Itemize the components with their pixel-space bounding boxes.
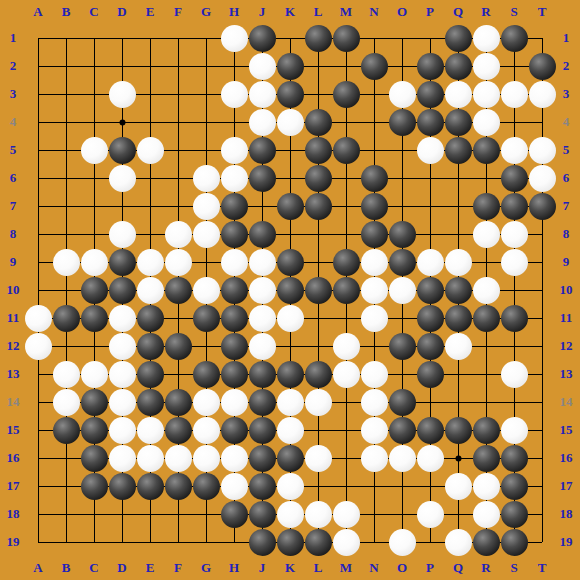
stone-black[interactable] [81,305,108,332]
stone-black[interactable] [473,417,500,444]
stone-white[interactable] [25,333,52,360]
stone-black[interactable] [249,165,276,192]
stone-black[interactable] [81,473,108,500]
coordinate-label: K [278,5,302,19]
stone-white[interactable] [193,389,220,416]
coordinate-label: 12 [1,339,25,353]
stone-black[interactable] [165,333,192,360]
stone-black[interactable] [193,305,220,332]
stone-black[interactable] [473,445,500,472]
stone-black[interactable] [333,25,360,52]
stone-black[interactable] [473,193,500,220]
stone-black[interactable] [305,361,332,388]
coordinate-label: Q [446,5,470,19]
stone-black[interactable] [473,137,500,164]
stone-white[interactable] [249,53,276,80]
stone-black[interactable] [445,277,472,304]
stone-white[interactable] [277,389,304,416]
stone-black[interactable] [305,277,332,304]
coordinate-label: R [474,5,498,19]
stone-black[interactable] [529,53,556,80]
coordinate-label: T [530,561,554,575]
coordinate-label: M [334,5,358,19]
stone-white[interactable] [193,445,220,472]
stone-black[interactable] [53,417,80,444]
stone-white[interactable] [473,277,500,304]
stone-black[interactable] [221,305,248,332]
coordinate-label: 5 [1,143,25,157]
stone-white[interactable] [221,25,248,52]
stone-black[interactable] [165,277,192,304]
coordinate-label: J [250,5,274,19]
stone-black[interactable] [417,53,444,80]
stone-black[interactable] [277,81,304,108]
stone-white[interactable] [81,361,108,388]
stone-black[interactable] [417,361,444,388]
coordinate-label: 2 [554,59,578,73]
stone-black[interactable] [445,25,472,52]
stone-white[interactable] [361,445,388,472]
coordinate-label: D [110,5,134,19]
stone-black[interactable] [389,109,416,136]
stone-white[interactable] [473,221,500,248]
stone-black[interactable] [137,305,164,332]
stone-white[interactable] [81,137,108,164]
coordinate-label: 11 [1,311,25,325]
coordinate-label: 10 [554,283,578,297]
stone-black[interactable] [473,305,500,332]
stone-black[interactable] [389,221,416,248]
coordinate-label: 3 [1,87,25,101]
stone-black[interactable] [137,389,164,416]
stone-black[interactable] [249,389,276,416]
stone-black[interactable] [361,53,388,80]
coordinate-label: T [530,5,554,19]
stone-white[interactable] [249,277,276,304]
stone-black[interactable] [277,53,304,80]
stone-white[interactable] [109,333,136,360]
stone-black[interactable] [109,137,136,164]
stone-white[interactable] [417,445,444,472]
stone-black[interactable] [445,109,472,136]
stone-black[interactable] [109,249,136,276]
stone-white[interactable] [109,305,136,332]
stone-black[interactable] [501,445,528,472]
stone-black[interactable] [277,361,304,388]
stone-black[interactable] [417,277,444,304]
stone-black[interactable] [445,53,472,80]
stone-white[interactable] [333,501,360,528]
stone-white[interactable] [501,417,528,444]
coordinate-label: 15 [554,423,578,437]
stone-white[interactable] [109,361,136,388]
coordinate-label: L [306,5,330,19]
stone-black[interactable] [473,529,500,556]
stone-white[interactable] [277,109,304,136]
coordinate-label: 15 [1,423,25,437]
stone-white[interactable] [361,249,388,276]
coordinate-label: 6 [1,171,25,185]
coordinate-label: 13 [1,367,25,381]
stone-white[interactable] [529,137,556,164]
stone-black[interactable] [333,249,360,276]
coordinate-label: 9 [554,255,578,269]
stone-white[interactable] [137,249,164,276]
coordinate-label: F [166,5,190,19]
stone-black[interactable] [333,81,360,108]
stone-white[interactable] [445,333,472,360]
stone-white[interactable] [81,249,108,276]
stone-white[interactable] [221,473,248,500]
stone-white[interactable] [389,277,416,304]
coordinate-label: 7 [1,199,25,213]
stone-white[interactable] [137,137,164,164]
coordinate-label: B [54,5,78,19]
stone-black[interactable] [305,193,332,220]
stone-white[interactable] [501,221,528,248]
coordinate-label: 8 [1,227,25,241]
stone-black[interactable] [137,333,164,360]
stone-white[interactable] [417,137,444,164]
stone-white[interactable] [193,193,220,220]
stone-black[interactable] [417,305,444,332]
stone-white[interactable] [529,81,556,108]
stone-white[interactable] [445,81,472,108]
coordinate-label: C [82,561,106,575]
stone-white[interactable] [445,473,472,500]
stone-black[interactable] [501,25,528,52]
stone-black[interactable] [81,389,108,416]
stone-white[interactable] [193,165,220,192]
stone-black[interactable] [305,137,332,164]
coordinate-label: 8 [554,227,578,241]
stone-white[interactable] [137,277,164,304]
stone-white[interactable] [333,529,360,556]
stone-black[interactable] [277,529,304,556]
coordinate-label: O [390,5,414,19]
stone-black[interactable] [445,137,472,164]
coordinate-label: 14 [554,395,578,409]
coordinate-label: 1 [1,31,25,45]
coordinate-label: 12 [554,339,578,353]
stone-black[interactable] [389,249,416,276]
coordinate-label: 19 [554,535,578,549]
coordinate-label: B [54,561,78,575]
stone-white[interactable] [249,249,276,276]
go-board[interactable]: ABCDEFGHJKLMNOPQRST ABCDEFGHJKLMNOPQRST … [0,0,580,580]
stone-black[interactable] [445,305,472,332]
coordinate-label: 5 [554,143,578,157]
stone-black[interactable] [361,221,388,248]
stone-black[interactable] [137,361,164,388]
stone-black[interactable] [277,277,304,304]
stone-black[interactable] [277,445,304,472]
stone-black[interactable] [417,333,444,360]
stone-white[interactable] [53,249,80,276]
coordinate-label: K [278,561,302,575]
stone-white[interactable] [137,417,164,444]
stone-white[interactable] [501,249,528,276]
stone-white[interactable] [529,165,556,192]
stone-black[interactable] [529,193,556,220]
stone-black[interactable] [389,389,416,416]
stone-black[interactable] [333,277,360,304]
stone-white[interactable] [473,53,500,80]
stone-black[interactable] [361,165,388,192]
stone-black[interactable] [221,361,248,388]
stone-black[interactable] [389,417,416,444]
stone-black[interactable] [277,193,304,220]
coordinate-label: P [418,561,442,575]
coordinate-label: E [138,5,162,19]
stone-white[interactable] [53,389,80,416]
coordinate-label: 17 [554,479,578,493]
coordinate-label: G [194,561,218,575]
stone-black[interactable] [305,109,332,136]
stone-white[interactable] [193,221,220,248]
stone-black[interactable] [417,81,444,108]
stone-black[interactable] [221,193,248,220]
coordinate-label: S [502,5,526,19]
stone-black[interactable] [109,473,136,500]
stone-white[interactable] [165,221,192,248]
stone-white[interactable] [221,137,248,164]
stone-black[interactable] [249,529,276,556]
stone-white[interactable] [473,473,500,500]
coordinate-label: O [390,561,414,575]
coordinate-label: 3 [554,87,578,101]
stone-black[interactable] [165,473,192,500]
stone-black[interactable] [193,361,220,388]
stone-white[interactable] [473,501,500,528]
stone-black[interactable] [53,305,80,332]
stones-layer [24,24,556,556]
stone-white[interactable] [389,445,416,472]
stone-white[interactable] [361,417,388,444]
stone-white[interactable] [221,445,248,472]
stone-white[interactable] [109,417,136,444]
stone-white[interactable] [221,389,248,416]
coordinate-label: 17 [1,479,25,493]
stone-black[interactable] [305,25,332,52]
stone-white[interactable] [333,361,360,388]
stone-black[interactable] [249,25,276,52]
stone-black[interactable] [81,277,108,304]
coordinate-label: Q [446,561,470,575]
stone-black[interactable] [249,473,276,500]
coordinate-label: 18 [1,507,25,521]
coordinate-label: 1 [554,31,578,45]
stone-white[interactable] [333,333,360,360]
stone-white[interactable] [25,305,52,332]
stone-white[interactable] [53,361,80,388]
coordinate-label: 4 [1,115,25,129]
stone-white[interactable] [501,137,528,164]
stone-white[interactable] [249,305,276,332]
stone-black[interactable] [81,445,108,472]
stone-white[interactable] [305,445,332,472]
stone-white[interactable] [109,165,136,192]
stone-white[interactable] [305,389,332,416]
coordinate-label: 7 [554,199,578,213]
stone-white[interactable] [445,249,472,276]
stone-black[interactable] [249,361,276,388]
coordinate-label: 13 [554,367,578,381]
stone-white[interactable] [445,529,472,556]
stone-white[interactable] [249,109,276,136]
stone-black[interactable] [249,417,276,444]
stone-white[interactable] [137,445,164,472]
stone-white[interactable] [473,109,500,136]
coordinate-label: 18 [554,507,578,521]
coordinate-label: 9 [1,255,25,269]
coordinate-label: 14 [1,395,25,409]
stone-black[interactable] [249,137,276,164]
stone-white[interactable] [165,249,192,276]
stone-white[interactable] [249,333,276,360]
coordinate-label: F [166,561,190,575]
stone-black[interactable] [501,165,528,192]
stone-black[interactable] [81,417,108,444]
coordinate-label: N [362,561,386,575]
coordinate-label: H [222,5,246,19]
stone-black[interactable] [417,109,444,136]
coordinate-label: H [222,561,246,575]
stone-white[interactable] [361,277,388,304]
stone-black[interactable] [249,445,276,472]
stone-black[interactable] [109,277,136,304]
stone-white[interactable] [473,81,500,108]
stone-black[interactable] [501,193,528,220]
stone-white[interactable] [109,81,136,108]
stone-white[interactable] [417,501,444,528]
coordinate-label: N [362,5,386,19]
stone-black[interactable] [221,501,248,528]
stone-white[interactable] [501,361,528,388]
stone-white[interactable] [277,417,304,444]
coordinate-label: A [26,5,50,19]
stone-black[interactable] [501,501,528,528]
stone-black[interactable] [221,417,248,444]
stone-black[interactable] [249,501,276,528]
coordinate-label: A [26,561,50,575]
stone-black[interactable] [417,417,444,444]
stone-white[interactable] [221,81,248,108]
stone-black[interactable] [445,417,472,444]
stone-black[interactable] [305,529,332,556]
coordinate-label: 10 [1,283,25,297]
stone-black[interactable] [165,417,192,444]
coordinate-label: E [138,561,162,575]
stone-black[interactable] [333,137,360,164]
coordinate-label: S [502,561,526,575]
stone-white[interactable] [277,305,304,332]
coordinate-label: L [306,561,330,575]
stone-black[interactable] [389,333,416,360]
stone-white[interactable] [109,445,136,472]
coordinate-label: R [474,561,498,575]
coordinate-label: 16 [554,451,578,465]
coordinate-label: M [334,561,358,575]
stone-white[interactable] [165,445,192,472]
stone-white[interactable] [361,361,388,388]
coordinate-label: 4 [554,115,578,129]
stone-white[interactable] [361,305,388,332]
stone-black[interactable] [501,305,528,332]
stone-black[interactable] [221,277,248,304]
stone-black[interactable] [221,333,248,360]
coordinate-label: 6 [554,171,578,185]
stone-white[interactable] [389,81,416,108]
stone-black[interactable] [501,529,528,556]
stone-black[interactable] [501,473,528,500]
stone-white[interactable] [501,81,528,108]
stone-white[interactable] [277,501,304,528]
stone-black[interactable] [137,473,164,500]
stone-white[interactable] [109,221,136,248]
stone-white[interactable] [221,249,248,276]
coordinate-label: D [110,561,134,575]
stone-black[interactable] [221,221,248,248]
coordinate-label: G [194,5,218,19]
stone-black[interactable] [193,473,220,500]
coordinate-label: 16 [1,451,25,465]
stone-black[interactable] [277,249,304,276]
coordinate-label: 11 [554,311,578,325]
coordinate-label: J [250,561,274,575]
coordinate-label: C [82,5,106,19]
stone-white[interactable] [361,389,388,416]
stone-white[interactable] [473,25,500,52]
coordinate-label: 19 [1,535,25,549]
stone-white[interactable] [249,81,276,108]
stone-black[interactable] [165,389,192,416]
stone-white[interactable] [109,389,136,416]
stone-white[interactable] [221,165,248,192]
stone-white[interactable] [305,501,332,528]
stone-white[interactable] [389,529,416,556]
coordinate-label: 2 [1,59,25,73]
stone-white[interactable] [417,249,444,276]
coordinate-label: P [418,5,442,19]
stone-white[interactable] [193,417,220,444]
stone-black[interactable] [305,165,332,192]
stone-white[interactable] [193,277,220,304]
stone-black[interactable] [249,221,276,248]
stone-white[interactable] [277,473,304,500]
stone-black[interactable] [361,193,388,220]
